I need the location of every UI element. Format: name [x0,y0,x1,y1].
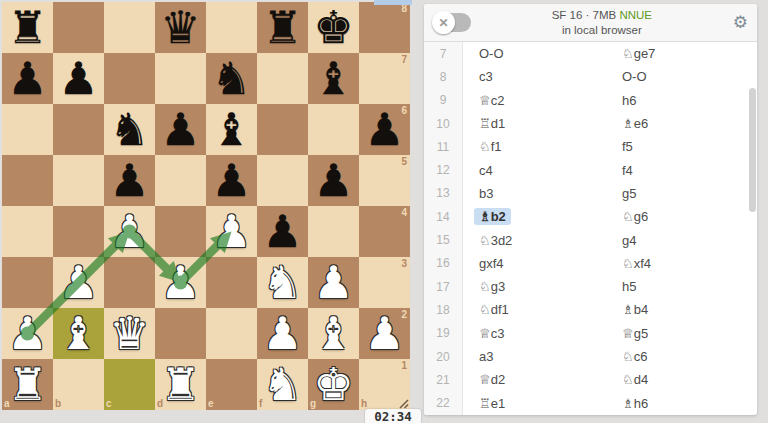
black-move[interactable]: h6 [614,89,757,112]
engine-panel: ✕ SF 16 · 7MB NNUE in local browser ⚙ 7O… [424,4,757,415]
nnue-badge: NNUE [619,9,652,21]
move-number: 15 [424,228,463,251]
white-pawn-b3[interactable]: ♟ [53,257,104,308]
toggle-knob[interactable]: ✕ [432,11,455,34]
move-row-13: 13b3g5 [424,182,757,205]
move-list[interactable]: 7O-O♘ge78c3O-O9♕c2h610♖d1♗e611♘f1f512c4f… [424,42,757,415]
white-pawn-e4[interactable]: ♟ [206,206,257,257]
engine-title-block: SF 16 · 7MB NNUE in local browser [471,8,733,38]
black-move[interactable]: ♘c6 [614,345,757,368]
move-number: 10 [424,112,463,135]
move-number: 8 [424,65,463,88]
white-move[interactable]: c4 [463,158,614,181]
move-row-15: 15♘3d2g4 [424,228,757,251]
white-pawn-g3[interactable]: ♟ [308,257,359,308]
black-knight-e7[interactable]: ♞ [206,53,257,104]
black-move[interactable]: ♘xf4 [614,252,757,275]
black-move[interactable]: g4 [614,228,757,251]
engine-name: SF 16 · 7MB [552,9,617,21]
move-row-19: 19♕c3♕g5 [424,322,757,345]
close-icon: ✕ [438,16,448,30]
white-pawn-h2[interactable]: ♟ [359,308,410,359]
white-pawn-c4[interactable]: ♟ [104,206,155,257]
black-move[interactable]: ♘d4 [614,368,757,391]
black-move[interactable]: ♕g5 [614,322,757,345]
move-number: 11 [424,135,463,158]
black-bishop-g7[interactable]: ♝ [308,53,359,104]
black-move[interactable]: ♘ge7 [614,42,757,65]
white-move[interactable]: ♕d2 [463,368,614,391]
white-move[interactable]: ♘df1 [463,298,614,321]
black-move[interactable]: O-O [614,65,757,88]
top-clock-edge [374,0,412,5]
move-number: 21 [424,368,463,391]
white-knight-f3[interactable]: ♞ [257,257,308,308]
move-row-11: 11♘f1f5 [424,135,757,158]
black-move[interactable]: ♘g6 [614,205,757,228]
move-number: 7 [424,42,463,65]
move-number: 9 [424,89,463,112]
white-queen-c2[interactable]: ♛ [104,308,155,359]
move-row-9: 9♕c2h6 [424,89,757,112]
move-number: 14 [424,205,463,228]
white-move[interactable]: ♗b2 [463,205,614,228]
scrollbar-thumb[interactable] [749,88,756,212]
lichess-analysis-screen: 8765432abcdefgh1 ♜♛♜♚♟♟♞♝♞♟♝♟♟♟♟♟♟♟♟♟♞♟♟… [0,0,768,423]
white-move[interactable]: ♕c3 [463,322,614,345]
white-move[interactable]: gxf4 [463,252,614,275]
black-pawn-b7[interactable]: ♟ [53,53,104,104]
black-pawn-e5[interactable]: ♟ [206,155,257,206]
move-row-16: 16gxf4♘xf4 [424,252,757,275]
white-move[interactable]: ♖d1 [463,112,614,135]
move-row-12: 12c4f4 [424,158,757,181]
white-move[interactable]: b3 [463,182,614,205]
black-king-g8[interactable]: ♚ [308,2,359,53]
current-move-highlight[interactable]: ♗b2 [474,208,511,225]
bottom-clock: 02:34 [365,409,421,423]
engine-header: ✕ SF 16 · 7MB NNUE in local browser ⚙ [424,4,757,42]
engine-toggle[interactable]: ✕ [434,13,471,32]
move-row-22: 22♖e1♗h6 [424,391,757,414]
white-pawn-a2[interactable]: ♟ [2,308,53,359]
move-row-14: 14♗b2♘g6 [424,205,757,228]
black-move[interactable]: h5 [614,275,757,298]
black-pawn-a7[interactable]: ♟ [2,53,53,104]
black-move[interactable]: g5 [614,182,757,205]
black-pawn-f4[interactable]: ♟ [257,206,308,257]
black-pawn-c5[interactable]: ♟ [104,155,155,206]
black-knight-c6[interactable]: ♞ [104,104,155,155]
move-row-20: 20a3♘c6 [424,345,757,368]
black-bishop-e6[interactable]: ♝ [206,104,257,155]
white-rook-d1[interactable]: ♜ [155,359,206,410]
white-bishop-g2[interactable]: ♝ [308,308,359,359]
black-move[interactable]: ♗h6 [614,391,757,414]
white-bishop-b2[interactable]: ♝ [53,308,104,359]
black-pawn-g5[interactable]: ♟ [308,155,359,206]
white-move[interactable]: a3 [463,345,614,368]
engine-name-line: SF 16 · 7MB NNUE [471,8,733,23]
black-pawn-d6[interactable]: ♟ [155,104,206,155]
move-row-10: 10♖d1♗e6 [424,112,757,135]
move-row-18: 18♘df1♗b4 [424,298,757,321]
white-move[interactable]: ♘3d2 [463,228,614,251]
black-move[interactable]: ♗b4 [614,298,757,321]
move-number: 20 [424,345,463,368]
move-number: 22 [424,391,463,414]
white-move[interactable]: O-O [463,42,614,65]
chess-board[interactable]: 8765432abcdefgh1 ♜♛♜♚♟♟♞♝♞♟♝♟♟♟♟♟♟♟♟♟♞♟♟… [2,2,410,410]
white-king-g1[interactable]: ♚ [308,359,359,410]
white-move[interactable]: c3 [463,65,614,88]
black-rook-f8[interactable]: ♜ [257,2,308,53]
white-pawn-f2[interactable]: ♟ [257,308,308,359]
move-number: 13 [424,182,463,205]
move-row-7: 7O-O♘ge7 [424,42,757,65]
move-number: 16 [424,252,463,275]
black-pawn-h6[interactable]: ♟ [359,104,410,155]
black-move[interactable]: f5 [614,135,757,158]
white-rook-a1[interactable]: ♜ [2,359,53,410]
black-move[interactable]: f4 [614,158,757,181]
move-number: 17 [424,275,463,298]
white-knight-f1[interactable]: ♞ [257,359,308,410]
black-queen-d8[interactable]: ♛ [155,2,206,53]
black-rook-a8[interactable]: ♜ [2,2,53,53]
move-number: 12 [424,158,463,181]
move-number: 19 [424,322,463,345]
move-number: 18 [424,298,463,321]
gear-icon[interactable]: ⚙ [733,14,748,31]
resize-handle-icon[interactable] [396,396,410,410]
white-pawn-d3[interactable]: ♟ [155,257,206,308]
white-move[interactable]: ♘f1 [463,135,614,158]
board-pieces: ♜♛♜♚♟♟♞♝♞♟♝♟♟♟♟♟♟♟♟♟♞♟♟♝♛♟♝♟♜♜♞♚ [2,2,410,410]
engine-location: in local browser [471,23,733,38]
white-move[interactable]: ♕c2 [463,89,614,112]
white-move[interactable]: ♘g3 [463,275,614,298]
white-move[interactable]: ♖e1 [463,391,614,414]
move-row-8: 8c3O-O [424,65,757,88]
move-row-17: 17♘g3h5 [424,275,757,298]
black-move[interactable]: ♗e6 [614,112,757,135]
move-row-21: 21♕d2♘d4 [424,368,757,391]
